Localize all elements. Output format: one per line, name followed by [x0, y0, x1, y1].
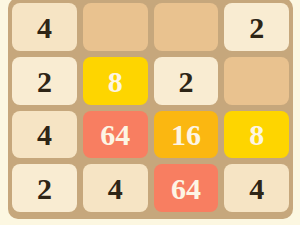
tile-2-r4c1: 2	[12, 164, 77, 212]
tile-4-r3c1: 4	[12, 111, 77, 159]
page-background: 4228246416824644	[0, 0, 300, 225]
2048-board[interactable]: 4228246416824644	[8, 0, 293, 219]
tile-8-r2c2: 8	[83, 57, 148, 105]
tile-4-r1c1: 4	[12, 3, 77, 51]
tile-64-r4c3: 64	[154, 164, 219, 212]
empty-cell-r1c2	[83, 3, 148, 51]
tile-2-r1c4: 2	[224, 3, 289, 51]
tile-4-r4c2: 4	[83, 164, 148, 212]
tile-8-r3c4: 8	[224, 111, 289, 159]
empty-cell-r1c3	[154, 3, 219, 51]
tile-2-r2c3: 2	[154, 57, 219, 105]
tile-4-r4c4: 4	[224, 164, 289, 212]
empty-cell-r2c4	[224, 57, 289, 105]
tile-16-r3c3: 16	[154, 111, 219, 159]
tile-2-r2c1: 2	[12, 57, 77, 105]
tile-64-r3c2: 64	[83, 111, 148, 159]
